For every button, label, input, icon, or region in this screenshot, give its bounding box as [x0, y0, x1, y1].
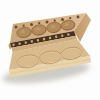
small-hole — [15, 26, 18, 29]
product-photo — [0, 0, 100, 100]
organizer-stand-illustration — [0, 0, 100, 100]
small-hole — [69, 17, 71, 19]
small-hole — [61, 18, 64, 21]
small-hole — [77, 16, 80, 19]
small-hole — [46, 21, 49, 24]
small-hole — [23, 25, 25, 27]
small-hole — [54, 20, 56, 22]
small-hole — [38, 22, 40, 24]
small-hole — [30, 23, 33, 26]
